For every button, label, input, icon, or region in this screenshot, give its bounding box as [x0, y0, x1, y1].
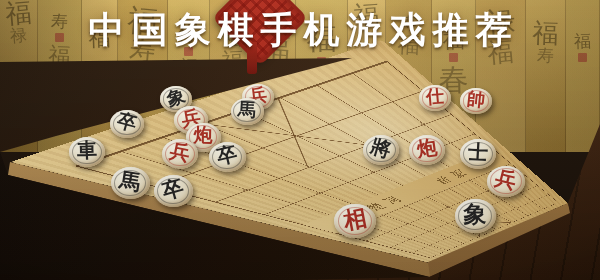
piece-black-chariot[interactable]: 車: [69, 137, 105, 167]
piece-red-elephant[interactable]: 相: [334, 204, 376, 238]
piece-red-soldier[interactable]: 兵: [487, 166, 525, 197]
piece-character: 兵: [492, 163, 519, 195]
piece-black-horse[interactable]: 馬: [231, 98, 264, 125]
piece-red-cannon[interactable]: 炮: [409, 135, 445, 165]
piece-black-elephant[interactable]: 象: [455, 199, 496, 233]
piece-black-soldier[interactable]: 卒: [209, 142, 246, 172]
piece-character: 相: [341, 202, 369, 237]
piece-character: 車: [77, 137, 98, 165]
piece-black-soldier[interactable]: 卒: [154, 175, 193, 207]
calligraphy-char: 福: [38, 66, 82, 99]
piece-red-general[interactable]: 帥: [460, 88, 492, 114]
piece-character: 卒: [214, 140, 240, 171]
piece-character: 炮: [193, 122, 212, 148]
piece-black-horse[interactable]: 馬: [111, 167, 150, 199]
scene: 福禄寿福福福福寿禄福福福春福福禄寿福寿福福春禄福福寿福 楚河 漢界 象兵馬卒兵炮…: [0, 0, 600, 280]
piece-black-general[interactable]: 將: [363, 135, 399, 165]
piece-character: 卒: [114, 108, 139, 138]
piece-black-soldier[interactable]: 卒: [110, 110, 144, 138]
piece-character: 將: [367, 133, 394, 165]
piece-character: 士: [467, 139, 488, 167]
piece-character: 炮: [415, 134, 439, 164]
piece-character: 象: [464, 199, 487, 230]
page-title: 中国象棋手机游戏推荐: [0, 6, 600, 55]
piece-character: 仕: [425, 84, 445, 109]
piece-character: 兵: [167, 137, 192, 168]
piece-red-advisor[interactable]: 仕: [419, 85, 451, 111]
piece-character: 馬: [117, 166, 142, 197]
piece-character: 帥: [466, 87, 486, 113]
calligraphy-char: 福: [168, 58, 209, 77]
piece-character: 卒: [159, 173, 187, 206]
piece-black-advisor[interactable]: 士: [460, 139, 496, 169]
piece-character: 馬: [237, 97, 257, 122]
piece-red-soldier[interactable]: 兵: [162, 139, 198, 169]
